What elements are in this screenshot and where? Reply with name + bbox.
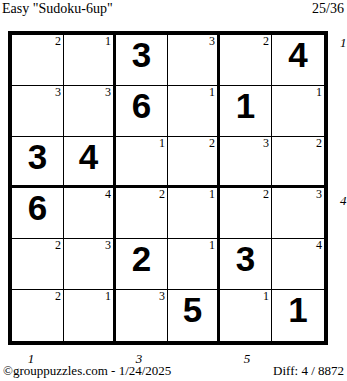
given-digit: 1 [272, 292, 324, 328]
cell-r3c2[interactable]: 4 [64, 137, 116, 188]
cell-r1c3[interactable]: 3 [116, 35, 168, 86]
row-label-1: 1 [340, 36, 347, 50]
cell-r1c4[interactable]: 3 [168, 35, 220, 86]
given-digit: 3 [12, 139, 63, 175]
cell-r4c3[interactable]: 2 [116, 188, 168, 239]
pencil-mark: 2 [263, 35, 269, 48]
pencil-mark: 1 [159, 137, 165, 150]
cell-r5c1[interactable]: 2 [12, 239, 64, 290]
pencil-mark: 3 [159, 290, 165, 303]
cell-r2c4[interactable]: 1 [168, 86, 220, 137]
cell-r6c1[interactable]: 2 [12, 290, 64, 341]
given-digit: 4 [272, 37, 324, 73]
cell-r6c3[interactable]: 3 [116, 290, 168, 341]
given-digit: 3 [116, 37, 167, 73]
pencil-mark: 1 [316, 86, 322, 99]
given-digit: 3 [220, 241, 271, 277]
cell-r1c1[interactable]: 2 [12, 35, 64, 86]
cell-r2c5[interactable]: 1 [220, 86, 272, 137]
cell-r3c4[interactable]: 2 [168, 137, 220, 188]
pencil-mark: 2 [55, 35, 61, 48]
cell-r6c5[interactable]: 1 [220, 290, 272, 341]
puzzle-page: Easy "Sudoku-6up" 25/36 2133243361113412… [0, 0, 347, 381]
given-digit: 2 [116, 241, 167, 277]
pencil-mark: 2 [55, 290, 61, 303]
given-digit: 5 [168, 292, 217, 328]
pencil-mark: 3 [316, 188, 322, 201]
row-label-4: 4 [340, 194, 347, 208]
cell-r1c2[interactable]: 1 [64, 35, 116, 86]
pencil-mark: 3 [209, 35, 215, 48]
cell-r5c2[interactable]: 3 [64, 239, 116, 290]
puzzle-counter: 25/36 [312, 1, 344, 17]
cell-r5c3[interactable]: 2 [116, 239, 168, 290]
cell-r4c6[interactable]: 3 [272, 188, 324, 239]
pencil-mark: 2 [55, 239, 61, 252]
pencil-mark: 2 [316, 137, 322, 150]
pencil-mark: 4 [316, 239, 322, 252]
pencil-mark: 2 [263, 188, 269, 201]
pencil-mark: 1 [105, 290, 111, 303]
given-digit: 6 [116, 88, 167, 124]
cell-r5c4[interactable]: 1 [168, 239, 220, 290]
cell-r5c6[interactable]: 4 [272, 239, 324, 290]
cell-r6c4[interactable]: 5 [168, 290, 220, 341]
pencil-mark: 1 [209, 86, 215, 99]
page-title: Easy "Sudoku-6up" [2, 1, 113, 17]
pencil-mark: 2 [159, 188, 165, 201]
pencil-mark: 1 [209, 239, 215, 252]
cell-r3c1[interactable]: 3 [12, 137, 64, 188]
cell-r4c4[interactable]: 1 [168, 188, 220, 239]
pencil-mark: 4 [105, 188, 111, 201]
pencil-mark: 2 [209, 137, 215, 150]
cell-r3c3[interactable]: 1 [116, 137, 168, 188]
given-digit: 1 [220, 88, 271, 124]
cell-r4c2[interactable]: 4 [64, 188, 116, 239]
cell-r5c5[interactable]: 3 [220, 239, 272, 290]
cell-r2c2[interactable]: 3 [64, 86, 116, 137]
pencil-mark: 3 [263, 137, 269, 150]
cell-r6c6[interactable]: 1 [272, 290, 324, 341]
cell-r2c6[interactable]: 1 [272, 86, 324, 137]
column-label-5: 5 [237, 352, 257, 366]
difficulty-text: Diff: 4 / 8872 [273, 363, 344, 379]
given-digit: 6 [12, 190, 63, 226]
pencil-mark: 1 [209, 188, 215, 201]
cell-r4c5[interactable]: 2 [220, 188, 272, 239]
cell-r3c5[interactable]: 3 [220, 137, 272, 188]
cell-r2c3[interactable]: 6 [116, 86, 168, 137]
pencil-mark: 3 [105, 86, 111, 99]
pencil-mark: 1 [263, 290, 269, 303]
column-label-1: 1 [21, 352, 41, 366]
pencil-mark: 1 [105, 35, 111, 48]
given-digit: 4 [64, 139, 113, 175]
cell-r3c6[interactable]: 2 [272, 137, 324, 188]
column-label-3: 3 [129, 352, 149, 366]
cell-r2c1[interactable]: 3 [12, 86, 64, 137]
cell-r1c6[interactable]: 4 [272, 35, 324, 86]
cell-r1c5[interactable]: 2 [220, 35, 272, 86]
cell-r6c2[interactable]: 1 [64, 290, 116, 341]
pencil-mark: 3 [105, 239, 111, 252]
pencil-mark: 3 [55, 86, 61, 99]
cell-r4c1[interactable]: 6 [12, 188, 64, 239]
sudoku-board: 213324336111341232642123232134213511 [8, 31, 328, 345]
